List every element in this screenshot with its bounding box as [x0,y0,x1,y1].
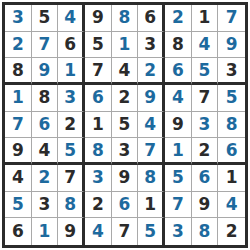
cell-r4c2[interactable]: 8 [32,85,59,112]
cell-r7c6[interactable]: 8 [138,165,165,192]
cell-r5c1[interactable]: 7 [5,112,32,139]
cell-r7c8[interactable]: 6 [192,165,219,192]
cell-r3c2[interactable]: 9 [32,58,59,85]
cell-r4c7[interactable]: 4 [165,85,192,112]
cell-r3c9[interactable]: 3 [218,58,245,85]
cell-r5c2[interactable]: 6 [32,112,59,139]
cell-r8c6[interactable]: 1 [138,192,165,219]
cell-r6c5[interactable]: 3 [112,138,139,165]
cell-r9c9[interactable]: 2 [218,218,245,245]
cell-r2c6[interactable]: 3 [138,32,165,59]
cell-r4c3[interactable]: 3 [58,85,85,112]
cell-r3c5[interactable]: 4 [112,58,139,85]
cell-r9c1[interactable]: 6 [5,218,32,245]
cell-r2c2[interactable]: 7 [32,32,59,59]
cell-r2c3[interactable]: 6 [58,32,85,59]
cell-r5c5[interactable]: 5 [112,112,139,139]
cell-r1c6[interactable]: 6 [138,5,165,32]
cell-r7c1[interactable]: 4 [5,165,32,192]
cell-r5c4[interactable]: 1 [85,112,112,139]
cell-r7c9[interactable]: 1 [218,165,245,192]
cell-r2c1[interactable]: 2 [5,32,32,59]
cell-r5c9[interactable]: 8 [218,112,245,139]
cell-r9c3[interactable]: 9 [58,218,85,245]
cell-r7c4[interactable]: 3 [85,165,112,192]
cell-r2c9[interactable]: 9 [218,32,245,59]
cell-r9c4[interactable]: 4 [85,218,112,245]
cell-r6c2[interactable]: 4 [32,138,59,165]
cell-r4c5[interactable]: 2 [112,85,139,112]
cell-r6c3[interactable]: 5 [58,138,85,165]
cell-r6c7[interactable]: 1 [165,138,192,165]
sudoku-board: 3549862172765138498917426531836294757621… [2,2,248,248]
cell-r1c2[interactable]: 5 [32,5,59,32]
cell-r1c3[interactable]: 4 [58,5,85,32]
cell-r3c7[interactable]: 6 [165,58,192,85]
cell-r6c6[interactable]: 7 [138,138,165,165]
cell-r8c7[interactable]: 7 [165,192,192,219]
cell-r1c9[interactable]: 7 [218,5,245,32]
cell-r4c4[interactable]: 6 [85,85,112,112]
cell-r3c4[interactable]: 7 [85,58,112,85]
cell-r8c8[interactable]: 9 [192,192,219,219]
cell-r9c7[interactable]: 3 [165,218,192,245]
cell-r6c4[interactable]: 8 [85,138,112,165]
cell-r7c5[interactable]: 9 [112,165,139,192]
cell-r2c7[interactable]: 8 [165,32,192,59]
cell-r1c7[interactable]: 2 [165,5,192,32]
cell-r9c6[interactable]: 5 [138,218,165,245]
cell-r1c1[interactable]: 3 [5,5,32,32]
cell-r5c8[interactable]: 3 [192,112,219,139]
cell-r7c7[interactable]: 5 [165,165,192,192]
cell-r4c6[interactable]: 9 [138,85,165,112]
cell-r6c9[interactable]: 6 [218,138,245,165]
cell-r3c6[interactable]: 2 [138,58,165,85]
cell-r5c7[interactable]: 9 [165,112,192,139]
cell-r8c4[interactable]: 2 [85,192,112,219]
cell-r9c5[interactable]: 7 [112,218,139,245]
cell-r4c1[interactable]: 1 [5,85,32,112]
cell-r2c5[interactable]: 1 [112,32,139,59]
cell-r4c9[interactable]: 5 [218,85,245,112]
cell-r8c1[interactable]: 5 [5,192,32,219]
cell-r8c2[interactable]: 3 [32,192,59,219]
cell-r3c3[interactable]: 1 [58,58,85,85]
cell-r5c6[interactable]: 4 [138,112,165,139]
cell-r2c8[interactable]: 4 [192,32,219,59]
cell-r4c8[interactable]: 7 [192,85,219,112]
cell-r2c4[interactable]: 5 [85,32,112,59]
cell-r7c2[interactable]: 2 [32,165,59,192]
cell-r7c3[interactable]: 7 [58,165,85,192]
cell-r3c1[interactable]: 8 [5,58,32,85]
cell-r5c3[interactable]: 2 [58,112,85,139]
cell-r6c8[interactable]: 2 [192,138,219,165]
cell-r6c1[interactable]: 9 [5,138,32,165]
cell-r8c3[interactable]: 8 [58,192,85,219]
cell-r1c8[interactable]: 1 [192,5,219,32]
cell-r1c5[interactable]: 8 [112,5,139,32]
cell-r1c4[interactable]: 9 [85,5,112,32]
cell-r9c8[interactable]: 8 [192,218,219,245]
cell-r8c5[interactable]: 6 [112,192,139,219]
cell-r8c9[interactable]: 4 [218,192,245,219]
cell-r9c2[interactable]: 1 [32,218,59,245]
cell-r3c8[interactable]: 5 [192,58,219,85]
